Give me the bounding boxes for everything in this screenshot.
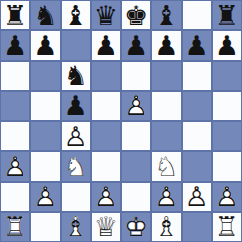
bishop-black-body: ♝ xyxy=(151,0,181,30)
square-c2[interactable] xyxy=(61,182,91,212)
piece-black-rook: ♜ xyxy=(212,0,242,30)
piece-white-pawn: ♟♙ xyxy=(121,91,151,121)
piece-black-pawn: ♟ xyxy=(30,30,60,60)
square-e3[interactable] xyxy=(121,151,151,181)
piece-black-pawn: ♟ xyxy=(0,30,30,60)
piece-white-pawn: ♟♙ xyxy=(61,121,91,151)
piece-white-queen: ♛♕ xyxy=(91,212,121,242)
pawn-white-outline: ♙ xyxy=(0,151,30,181)
piece-white-pawn: ♟♙ xyxy=(0,151,30,181)
square-c7[interactable] xyxy=(61,30,91,60)
pawn-white-outline: ♙ xyxy=(91,182,121,212)
square-a1[interactable]: ♜♖ xyxy=(0,212,30,242)
chess-board: ♜♞♝♛♚♝♜♟♟♟♟♟♟♟♞♟♟♙♟♙♟♙♞♘♞♘♟♙♟♙♟♙♟♙♟♙♜♖♝♗… xyxy=(0,0,242,242)
piece-black-knight: ♞ xyxy=(61,61,91,91)
square-d5[interactable] xyxy=(91,91,121,121)
square-d8[interactable]: ♛ xyxy=(91,0,121,30)
square-d1[interactable]: ♛♕ xyxy=(91,212,121,242)
piece-white-pawn: ♟♙ xyxy=(212,182,242,212)
square-a3[interactable]: ♟♙ xyxy=(0,151,30,181)
piece-black-bishop: ♝ xyxy=(151,0,181,30)
square-g2[interactable]: ♟♙ xyxy=(182,182,212,212)
rook-black-body: ♜ xyxy=(0,0,30,30)
square-h2[interactable]: ♟♙ xyxy=(212,182,242,212)
pawn-black-body: ♟ xyxy=(151,30,181,60)
bishop-black-body: ♝ xyxy=(61,0,91,30)
square-c3[interactable]: ♞♘ xyxy=(61,151,91,181)
pawn-white-outline: ♙ xyxy=(182,182,212,212)
square-c6[interactable]: ♞ xyxy=(61,61,91,91)
square-b7[interactable]: ♟ xyxy=(30,30,60,60)
square-f6[interactable] xyxy=(151,61,181,91)
square-e4[interactable] xyxy=(121,121,151,151)
pawn-white-outline: ♙ xyxy=(151,182,181,212)
knight-black-body: ♞ xyxy=(61,61,91,91)
pawn-white-outline: ♙ xyxy=(212,182,242,212)
square-b3[interactable] xyxy=(30,151,60,181)
square-a2[interactable] xyxy=(0,182,30,212)
square-b8[interactable]: ♞ xyxy=(30,0,60,30)
piece-white-pawn: ♟♙ xyxy=(182,182,212,212)
square-g1[interactable] xyxy=(182,212,212,242)
pawn-black-body: ♟ xyxy=(61,91,91,121)
piece-white-knight: ♞♘ xyxy=(61,151,91,181)
square-f3[interactable]: ♞♘ xyxy=(151,151,181,181)
piece-white-bishop: ♝♗ xyxy=(151,212,181,242)
square-c1[interactable]: ♝♗ xyxy=(61,212,91,242)
pawn-black-body: ♟ xyxy=(30,30,60,60)
square-a5[interactable] xyxy=(0,91,30,121)
square-g6[interactable] xyxy=(182,61,212,91)
square-b6[interactable] xyxy=(30,61,60,91)
square-d6[interactable] xyxy=(91,61,121,91)
piece-black-king: ♚ xyxy=(121,0,151,30)
pawn-black-body: ♟ xyxy=(212,30,242,60)
square-f2[interactable]: ♟♙ xyxy=(151,182,181,212)
square-g4[interactable] xyxy=(182,121,212,151)
square-d2[interactable]: ♟♙ xyxy=(91,182,121,212)
square-e6[interactable] xyxy=(121,61,151,91)
square-b4[interactable] xyxy=(30,121,60,151)
piece-white-pawn: ♟♙ xyxy=(91,182,121,212)
square-f1[interactable]: ♝♗ xyxy=(151,212,181,242)
square-g3[interactable] xyxy=(182,151,212,181)
piece-black-pawn: ♟ xyxy=(121,30,151,60)
piece-black-knight: ♞ xyxy=(30,0,60,30)
piece-black-bishop: ♝ xyxy=(61,0,91,30)
square-g5[interactable] xyxy=(182,91,212,121)
square-a8[interactable]: ♜ xyxy=(0,0,30,30)
square-h8[interactable]: ♜ xyxy=(212,0,242,30)
square-b2[interactable]: ♟♙ xyxy=(30,182,60,212)
square-h7[interactable]: ♟ xyxy=(212,30,242,60)
pawn-black-body: ♟ xyxy=(0,30,30,60)
square-d7[interactable]: ♟ xyxy=(91,30,121,60)
piece-black-pawn: ♟ xyxy=(61,91,91,121)
piece-black-pawn: ♟ xyxy=(151,30,181,60)
pawn-white-outline: ♙ xyxy=(121,91,151,121)
piece-white-pawn: ♟♙ xyxy=(151,182,181,212)
square-d4[interactable] xyxy=(91,121,121,151)
piece-white-bishop: ♝♗ xyxy=(61,212,91,242)
square-h1[interactable]: ♜♖ xyxy=(212,212,242,242)
piece-white-rook: ♜♖ xyxy=(0,212,30,242)
square-h3[interactable] xyxy=(212,151,242,181)
piece-white-pawn: ♟♙ xyxy=(30,182,60,212)
king-white-outline: ♔ xyxy=(121,212,151,242)
knight-black-body: ♞ xyxy=(30,0,60,30)
piece-white-king: ♚♔ xyxy=(121,212,151,242)
pawn-black-body: ♟ xyxy=(91,30,121,60)
square-h6[interactable] xyxy=(212,61,242,91)
queen-black-body: ♛ xyxy=(91,0,121,30)
square-e5[interactable]: ♟♙ xyxy=(121,91,151,121)
square-a6[interactable] xyxy=(0,61,30,91)
piece-black-rook: ♜ xyxy=(0,0,30,30)
square-a7[interactable]: ♟ xyxy=(0,30,30,60)
square-f7[interactable]: ♟ xyxy=(151,30,181,60)
square-h4[interactable] xyxy=(212,121,242,151)
knight-white-outline: ♘ xyxy=(151,151,181,181)
square-g7[interactable]: ♟ xyxy=(182,30,212,60)
square-b5[interactable] xyxy=(30,91,60,121)
square-f5[interactable] xyxy=(151,91,181,121)
square-g8[interactable] xyxy=(182,0,212,30)
square-e7[interactable]: ♟ xyxy=(121,30,151,60)
square-d3[interactable] xyxy=(91,151,121,181)
pawn-black-body: ♟ xyxy=(182,30,212,60)
king-black-body: ♚ xyxy=(121,0,151,30)
square-e2[interactable] xyxy=(121,182,151,212)
square-f8[interactable]: ♝ xyxy=(151,0,181,30)
square-c5[interactable]: ♟ xyxy=(61,91,91,121)
queen-white-outline: ♕ xyxy=(91,212,121,242)
bishop-white-outline: ♗ xyxy=(61,212,91,242)
pawn-black-body: ♟ xyxy=(121,30,151,60)
piece-black-queen: ♛ xyxy=(91,0,121,30)
square-b1[interactable] xyxy=(30,212,60,242)
rook-white-outline: ♖ xyxy=(0,212,30,242)
square-e8[interactable]: ♚ xyxy=(121,0,151,30)
piece-black-pawn: ♟ xyxy=(91,30,121,60)
square-f4[interactable] xyxy=(151,121,181,151)
piece-white-rook: ♜♖ xyxy=(212,212,242,242)
rook-white-outline: ♖ xyxy=(212,212,242,242)
piece-black-pawn: ♟ xyxy=(182,30,212,60)
piece-black-pawn: ♟ xyxy=(212,30,242,60)
square-c4[interactable]: ♟♙ xyxy=(61,121,91,151)
square-a4[interactable] xyxy=(0,121,30,151)
rook-black-body: ♜ xyxy=(212,0,242,30)
pawn-white-outline: ♙ xyxy=(61,121,91,151)
piece-white-knight: ♞♘ xyxy=(151,151,181,181)
pawn-white-outline: ♙ xyxy=(30,182,60,212)
knight-white-outline: ♘ xyxy=(61,151,91,181)
square-h5[interactable] xyxy=(212,91,242,121)
bishop-white-outline: ♗ xyxy=(151,212,181,242)
square-e1[interactable]: ♚♔ xyxy=(121,212,151,242)
square-c8[interactable]: ♝ xyxy=(61,0,91,30)
